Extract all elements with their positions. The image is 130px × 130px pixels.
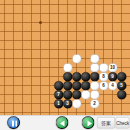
black-stone-move-3: 3: [63, 99, 73, 109]
app-window: 10896457132 答案 Check: [0, 0, 130, 130]
grid-line: [0, 22, 130, 23]
black-stone: [63, 72, 73, 82]
arrow-left-icon: [60, 121, 65, 127]
black-stone: [117, 90, 127, 100]
black-stone: [63, 81, 73, 91]
pause-button[interactable]: [7, 116, 20, 129]
pause-icon: [12, 121, 17, 127]
grid-line: [0, 58, 130, 59]
white-stone: [90, 63, 100, 73]
forward-button[interactable]: [82, 116, 95, 129]
black-stone: [72, 72, 82, 82]
grid-line: [0, 4, 130, 5]
arrow-right-icon: [88, 121, 93, 127]
black-stone: [63, 90, 73, 100]
grid-line: [0, 49, 130, 50]
answer-button[interactable]: 答案: [97, 117, 115, 129]
black-stone: [81, 72, 91, 82]
black-stone-move-7: 7: [54, 90, 64, 100]
white-stone-move-2: 2: [90, 99, 100, 109]
white-stone: [90, 90, 100, 100]
white-stone-move-8: 8: [99, 72, 109, 82]
black-stone-move-9: 9: [108, 72, 118, 82]
black-stone: [81, 81, 91, 91]
grid-line: [0, 13, 130, 14]
grid-line: [0, 31, 130, 32]
back-button[interactable]: [56, 116, 69, 129]
grid-line: [0, 112, 130, 113]
white-stone: [90, 54, 100, 64]
white-stone: [72, 99, 82, 109]
white-stone: [63, 63, 73, 73]
check-button-label: Check: [116, 120, 129, 126]
white-stone: [81, 90, 91, 100]
white-stone-move-10: 10: [108, 63, 118, 73]
black-stone: [90, 72, 100, 82]
check-button[interactable]: Check: [116, 117, 130, 129]
white-stone: [99, 63, 109, 73]
white-stone: [72, 54, 82, 64]
white-stone-move-4: 4: [108, 81, 118, 91]
black-stone: [72, 90, 82, 100]
black-stone: [72, 81, 82, 91]
white-stone: [90, 81, 100, 91]
grid-line: [0, 40, 130, 41]
black-stone-move-5: 5: [117, 81, 127, 91]
go-board[interactable]: 10896457132: [0, 0, 130, 115]
answer-button-label: 答案: [101, 119, 111, 126]
black-stone-move-1: 1: [54, 99, 64, 109]
black-stone: [54, 81, 64, 91]
black-stone: [117, 72, 127, 82]
white-stone-move-6: 6: [99, 81, 109, 91]
star-point: [39, 21, 42, 24]
